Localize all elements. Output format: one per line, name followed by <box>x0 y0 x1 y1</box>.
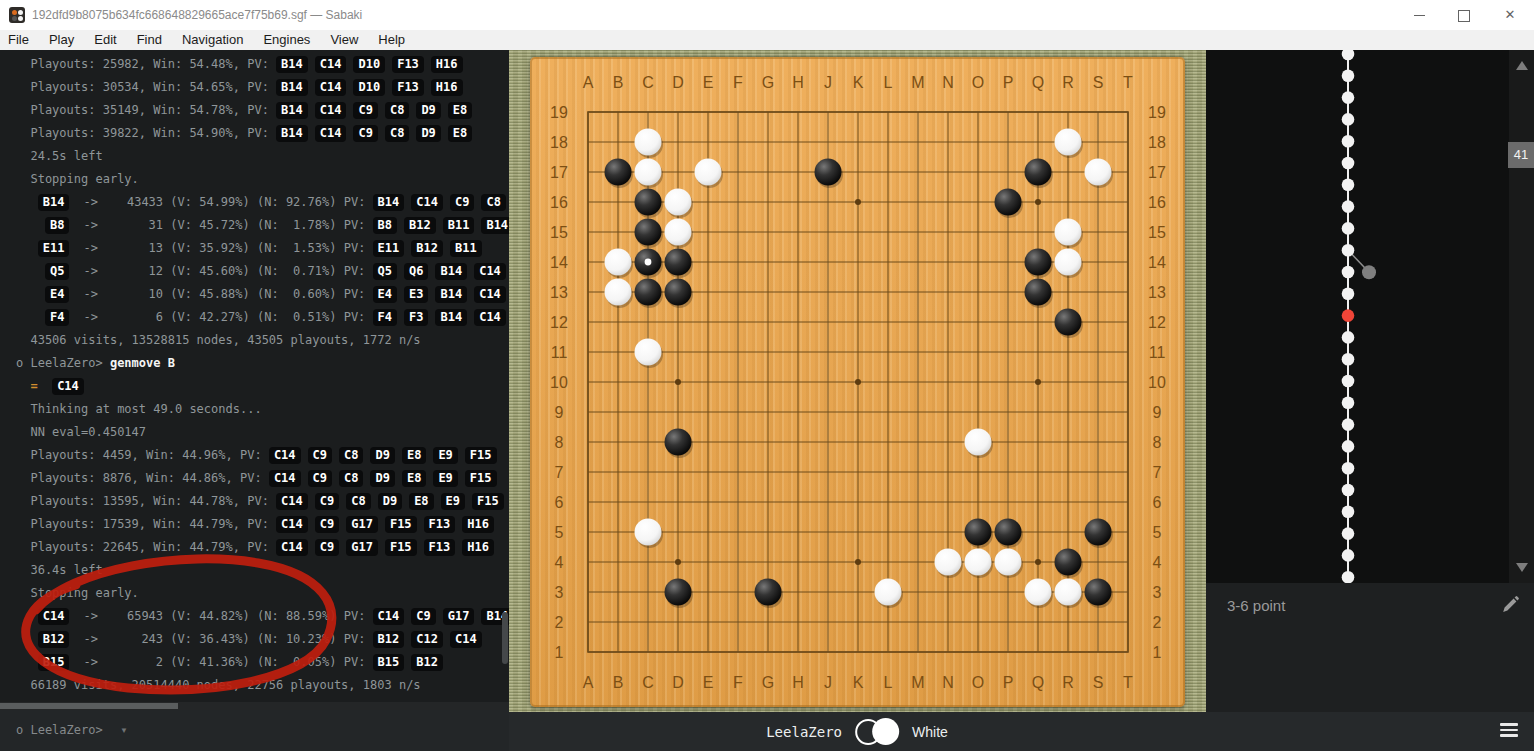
console-text: 36.4s left <box>16 563 103 577</box>
comment-panel: 3-6 point <box>1206 583 1534 712</box>
move-chip[interactable]: B15 <box>373 654 405 671</box>
move-chip[interactable]: G17 <box>346 539 378 556</box>
svg-text:K: K <box>853 74 864 91</box>
stone-E17 <box>695 159 722 186</box>
svg-text:15: 15 <box>550 224 568 241</box>
console-line: B14 -> 43433 (V: 54.99%) (N: 92.76%) PV:… <box>16 191 509 214</box>
tree-node[interactable] <box>1342 462 1355 475</box>
move-chip[interactable]: H16 <box>462 516 494 533</box>
move-chip[interactable]: D10 <box>353 79 385 96</box>
console-text <box>16 195 38 209</box>
move-chip[interactable]: B12 <box>38 631 70 648</box>
move-chip[interactable]: C9 <box>411 608 435 625</box>
svg-text:4: 4 <box>555 554 564 571</box>
console-text: NN eval=0.450147 <box>16 425 146 439</box>
menu-view[interactable]: View <box>320 30 368 50</box>
minimize-button[interactable] <box>1402 0 1436 30</box>
stone-O4 <box>965 549 992 576</box>
move-chip[interactable]: D10 <box>353 56 385 73</box>
move-chip[interactable]: F4 <box>45 309 69 326</box>
tree-node[interactable] <box>1342 484 1355 497</box>
svg-text:B: B <box>613 74 624 91</box>
console-text: genmove B <box>110 356 175 370</box>
stone-Q3 <box>1025 579 1052 606</box>
svg-text:H: H <box>792 74 804 91</box>
tree-branch-node[interactable] <box>1362 265 1376 279</box>
window-title: 192dfd9b8075b634fc668648829665ace7f75b69… <box>32 0 362 30</box>
stone-C13 <box>635 279 662 306</box>
move-slider[interactable] <box>1509 50 1534 583</box>
menu-edit[interactable]: Edit <box>84 30 126 50</box>
stone-S3 <box>1085 579 1112 606</box>
svg-text:E: E <box>703 74 714 91</box>
move-chip[interactable]: Q5 <box>373 263 397 280</box>
move-chip[interactable]: B14 <box>435 309 467 326</box>
console-line: 36.4s left <box>16 559 509 582</box>
move-chip[interactable]: C9 <box>315 539 339 556</box>
move-chip[interactable]: C9 <box>315 493 339 510</box>
stone-B13 <box>605 279 632 306</box>
console-text: Playouts: 30534, Win: 54.65%, PV: <box>16 80 276 94</box>
svg-text:17: 17 <box>1148 164 1166 181</box>
stone-R14 <box>1055 249 1082 276</box>
stone-Q13 <box>1025 279 1052 306</box>
move-chip[interactable]: F13 <box>392 56 424 73</box>
move-chip[interactable]: E8 <box>409 493 433 510</box>
move-chip[interactable]: F15 <box>465 470 497 487</box>
svg-text:A: A <box>583 674 594 691</box>
console-text: -> 2 (V: 41.36%) (N: 0.05%) PV: <box>76 655 372 669</box>
move-chip[interactable]: C14 <box>474 286 506 303</box>
tree-node[interactable] <box>1342 397 1355 410</box>
tree-node[interactable] <box>1342 440 1355 453</box>
menu-file[interactable]: File <box>0 30 39 50</box>
move-chip[interactable]: D9 <box>370 447 394 464</box>
maximize-button[interactable] <box>1447 0 1481 30</box>
engine-dropdown-icon[interactable]: ▼ <box>120 710 128 751</box>
console-text: Playouts: 35149, Win: 54.78%, PV: <box>16 103 276 117</box>
move-chip[interactable]: D9 <box>416 125 440 142</box>
console-text: 66189 visits, 20514440 nodes, 22756 play… <box>16 678 421 692</box>
menu-help[interactable]: Help <box>368 30 415 50</box>
stone-D8 <box>665 429 692 456</box>
move-chip[interactable]: F4 <box>373 309 397 326</box>
move-chip[interactable]: C12 <box>411 631 443 648</box>
move-chip[interactable]: B8 <box>373 217 397 234</box>
move-chip[interactable]: C9 <box>353 125 377 142</box>
console-line: o LeelaZero> genmove B <box>16 352 509 375</box>
svg-text:5: 5 <box>1153 524 1162 541</box>
move-chip[interactable]: E8 <box>402 470 426 487</box>
sidebar: 41 3-6 point <box>1206 50 1534 712</box>
move-chip[interactable]: F13 <box>424 539 456 556</box>
tree-node[interactable] <box>1342 135 1355 148</box>
move-chip[interactable]: D9 <box>370 470 394 487</box>
move-chip[interactable]: B14 <box>276 102 308 119</box>
console-line: 24.5s left <box>16 145 509 168</box>
move-chip[interactable]: B14 <box>481 217 509 234</box>
last-move-marker <box>645 259 652 266</box>
svg-text:12: 12 <box>550 314 568 331</box>
menu-navigation[interactable]: Navigation <box>172 30 253 50</box>
console-line: 43506 visits, 13528815 nodes, 43505 play… <box>16 329 509 352</box>
move-chip[interactable]: B12 <box>411 654 443 671</box>
move-chip[interactable]: E4 <box>45 286 69 303</box>
move-number-badge: 41 <box>1508 142 1534 168</box>
console-input-bar[interactable]: o LeelaZero> ▼ <box>0 710 509 751</box>
title-bar: 192dfd9b8075b634fc668648829665ace7f75b69… <box>0 0 1534 30</box>
stone-D14 <box>665 249 692 276</box>
move-chip[interactable]: B14 <box>435 263 467 280</box>
svg-text:3: 3 <box>555 584 564 601</box>
move-chip[interactable]: H16 <box>431 79 463 96</box>
console-line: NN eval=0.450147 <box>16 421 509 444</box>
svg-text:17: 17 <box>550 164 568 181</box>
tree-node[interactable] <box>1342 222 1355 235</box>
tree-node[interactable] <box>1342 353 1355 366</box>
comment-text: 3-6 point <box>1227 597 1285 614</box>
svg-text:10: 10 <box>1148 374 1166 391</box>
svg-text:11: 11 <box>551 344 568 361</box>
svg-text:T: T <box>1123 74 1133 91</box>
move-chip[interactable]: C14 <box>315 56 347 73</box>
tree-node[interactable] <box>1342 91 1355 104</box>
move-chip[interactable]: F15 <box>472 493 504 510</box>
move-chip[interactable]: B12 <box>411 240 443 257</box>
move-chip[interactable]: C14 <box>315 79 347 96</box>
move-chip[interactable]: C14 <box>269 470 301 487</box>
svg-text:S: S <box>1093 74 1104 91</box>
game-tree[interactable] <box>1206 50 1534 583</box>
console-line: Stopping early. <box>16 582 509 605</box>
move-chip[interactable]: E8 <box>402 447 426 464</box>
svg-text:D: D <box>672 74 684 91</box>
console-text <box>16 241 38 255</box>
engine-bar: LeelaZero White <box>509 712 1534 751</box>
move-chip[interactable]: B14 <box>373 194 405 211</box>
stone-J17 <box>815 159 842 186</box>
move-chip[interactable]: C8 <box>339 447 363 464</box>
menu-play[interactable]: Play <box>39 30 84 50</box>
svg-text:4: 4 <box>1153 554 1162 571</box>
move-chip[interactable]: E9 <box>441 493 465 510</box>
console-line: Thinking at most 49.0 seconds... <box>16 398 509 421</box>
tree-node[interactable] <box>1342 375 1355 388</box>
console-prompt: o LeelaZero> <box>16 710 103 751</box>
svg-text:1: 1 <box>555 644 564 661</box>
move-chip[interactable]: E3 <box>404 286 428 303</box>
move-chip[interactable]: C9 <box>353 102 377 119</box>
svg-text:9: 9 <box>555 404 564 421</box>
console-line: Playouts: 35149, Win: 54.78%, PV: B14C14… <box>16 99 509 122</box>
svg-text:F: F <box>733 74 743 91</box>
tree-node[interactable] <box>1342 527 1355 540</box>
move-chip[interactable]: B14 <box>276 56 308 73</box>
tree-node[interactable] <box>1342 549 1355 562</box>
move-chip[interactable]: H16 <box>431 56 463 73</box>
svg-text:2: 2 <box>555 614 564 631</box>
engine-toggle-group: LeelaZero White <box>766 712 948 751</box>
stone-C16 <box>635 189 662 216</box>
svg-text:13: 13 <box>550 284 568 301</box>
svg-text:12: 12 <box>1148 314 1166 331</box>
tree-node[interactable] <box>1342 179 1355 192</box>
move-chip[interactable]: F15 <box>465 447 497 464</box>
console-text: o LeelaZero> <box>16 356 110 370</box>
move-chip[interactable]: C8 <box>481 194 505 211</box>
tree-node[interactable] <box>1342 113 1355 126</box>
player-to-move: White <box>912 724 948 740</box>
console-vertical-scrollbar[interactable] <box>502 612 508 664</box>
move-chip[interactable]: E9 <box>433 447 457 464</box>
move-chip[interactable]: C14 <box>450 631 482 648</box>
move-chip[interactable]: H16 <box>462 539 494 556</box>
svg-text:10: 10 <box>550 374 568 391</box>
stone-B17 <box>605 159 632 186</box>
svg-text:6: 6 <box>1153 494 1162 511</box>
svg-text:N: N <box>942 74 954 91</box>
svg-text:9: 9 <box>1153 404 1162 421</box>
tree-node[interactable] <box>1342 506 1355 519</box>
svg-text:F: F <box>733 674 743 691</box>
console-text <box>38 379 52 393</box>
edit-pencil-icon[interactable] <box>1500 595 1520 615</box>
console-text <box>16 287 45 301</box>
move-chip[interactable]: E11 <box>38 240 70 257</box>
move-chip[interactable]: E8 <box>448 102 472 119</box>
move-chip[interactable]: C14 <box>474 263 506 280</box>
move-chip[interactable]: F13 <box>392 79 424 96</box>
console-text: -> 31 (V: 45.72%) (N: 1.78%) PV: <box>76 218 372 232</box>
svg-text:18: 18 <box>1148 134 1166 151</box>
console-line: Playouts: 25982, Win: 54.48%, PV: B14C14… <box>16 53 509 76</box>
move-chip[interactable]: E9 <box>433 470 457 487</box>
move-chip[interactable]: C14 <box>474 309 506 326</box>
svg-text:A: A <box>583 74 594 91</box>
move-chip[interactable]: E11 <box>373 240 405 257</box>
move-chip[interactable]: C9 <box>450 194 474 211</box>
move-chip[interactable]: F13 <box>424 516 456 533</box>
move-chip[interactable]: B14 <box>276 79 308 96</box>
svg-text:16: 16 <box>1148 194 1166 211</box>
svg-text:6: 6 <box>555 494 564 511</box>
console-line: Stopping early. <box>16 168 509 191</box>
console-line: Playouts: 13595, Win: 44.78%, PV: C14C9C… <box>16 490 509 513</box>
svg-text:2: 2 <box>1153 614 1162 631</box>
svg-text:P: P <box>1003 74 1014 91</box>
stone-R15 <box>1055 219 1082 246</box>
svg-text:S: S <box>1093 674 1104 691</box>
move-chip[interactable]: C8 <box>339 470 363 487</box>
stone-C5 <box>635 519 662 546</box>
console-text: -> 10 (V: 45.88%) (N: 0.60%) PV: <box>76 287 372 301</box>
move-chip[interactable]: G17 <box>346 516 378 533</box>
move-chip[interactable]: B14 <box>276 125 308 142</box>
console-line: B12 -> 243 (V: 36.43%) (N: 10.23%) PV: B… <box>16 628 509 651</box>
svg-text:7: 7 <box>1153 464 1162 481</box>
move-chip[interactable]: C9 <box>308 470 332 487</box>
tree-node[interactable] <box>1342 157 1355 170</box>
goban[interactable]: AABBCCDDEEFFGGHHJJKKLLMMNNOOPPQQRRSSTT19… <box>509 50 1206 712</box>
console-text <box>16 310 45 324</box>
svg-text:B: B <box>613 674 624 691</box>
svg-text:D: D <box>672 674 684 691</box>
svg-text:O: O <box>972 674 984 691</box>
svg-text:16: 16 <box>550 194 568 211</box>
console-line: Playouts: 30534, Win: 54.65%, PV: B14C14… <box>16 76 509 99</box>
move-chip[interactable]: C14 <box>38 608 70 625</box>
console-text: Playouts: 22645, Win: 44.79%, PV: <box>16 540 276 554</box>
tree-node[interactable] <box>1342 70 1355 83</box>
stone-D3 <box>665 579 692 606</box>
svg-text:M: M <box>911 674 924 691</box>
console-line: C14 -> 65943 (V: 44.82%) (N: 88.59%) PV:… <box>16 605 509 628</box>
console-line: E4 -> 10 (V: 45.88%) (N: 0.60%) PV: E4E3… <box>16 283 509 306</box>
stone-Q14 <box>1025 249 1052 276</box>
tree-node[interactable] <box>1342 418 1355 431</box>
move-chip[interactable]: C14 <box>269 447 301 464</box>
move-chip[interactable]: B12 <box>404 217 436 234</box>
console-text <box>16 379 30 393</box>
svg-text:5: 5 <box>555 524 564 541</box>
move-chip[interactable]: C14 <box>373 608 405 625</box>
svg-text:L: L <box>884 674 893 691</box>
stone-G3 <box>755 579 782 606</box>
move-chip[interactable]: C14 <box>276 539 308 556</box>
move-chip[interactable]: C14 <box>315 125 347 142</box>
svg-text:C: C <box>642 674 654 691</box>
move-chip[interactable]: B14 <box>435 286 467 303</box>
move-chip[interactable]: B12 <box>373 631 405 648</box>
stone-S17 <box>1085 159 1112 186</box>
move-chip[interactable]: B8 <box>45 217 69 234</box>
svg-text:L: L <box>884 74 893 91</box>
move-chip[interactable]: E8 <box>448 125 472 142</box>
stone-L3 <box>875 579 902 606</box>
stone-O5 <box>965 519 992 546</box>
console-line: E11 -> 13 (V: 35.92%) (N: 1.53%) PV: E11… <box>16 237 509 260</box>
tree-node[interactable] <box>1342 571 1355 583</box>
console-log[interactable]: Playouts: 25982, Win: 54.48%, PV: B14C14… <box>0 50 509 702</box>
svg-text:8: 8 <box>555 434 564 451</box>
player-toggle[interactable] <box>855 718 899 746</box>
move-chip[interactable]: D9 <box>378 493 402 510</box>
tree-node[interactable] <box>1342 331 1355 344</box>
move-chip[interactable]: C14 <box>276 516 308 533</box>
console-text <box>16 655 38 669</box>
console-line: 66189 visits, 20514440 nodes, 22756 play… <box>16 674 509 697</box>
move-chip[interactable]: C8 <box>385 102 409 119</box>
svg-text:G: G <box>762 74 774 91</box>
slider-down-arrow-icon[interactable] <box>1516 563 1528 572</box>
move-chip[interactable]: Q6 <box>404 263 428 280</box>
console-line: Playouts: 22645, Win: 44.79%, PV: C14C9G… <box>16 536 509 559</box>
move-chip[interactable]: C9 <box>308 447 332 464</box>
move-chip[interactable]: G17 <box>443 608 475 625</box>
stone-P16 <box>995 189 1022 216</box>
move-chip[interactable]: F15 <box>385 516 417 533</box>
console-line: Playouts: 17539, Win: 44.79%, PV: C14C9G… <box>16 513 509 536</box>
goban-region: AABBCCDDEEFFGGHHJJKKLLMMNNOOPPQQRRSSTT19… <box>509 50 1206 712</box>
move-chip[interactable]: F3 <box>404 309 428 326</box>
console-text: Playouts: 8876, Win: 44.86%, PV: <box>16 471 269 485</box>
console-text: -> 43433 (V: 54.99%) (N: 92.76%) PV: <box>76 195 372 209</box>
console-text: -> 65943 (V: 44.82%) (N: 88.59%) PV: <box>76 609 372 623</box>
menu-find[interactable]: Find <box>127 30 172 50</box>
move-chip[interactable]: D9 <box>416 102 440 119</box>
tree-node[interactable] <box>1342 244 1355 257</box>
console-line: = C14 <box>16 375 509 398</box>
console-text: Stopping early. <box>16 172 139 186</box>
console-horizontal-scrollbar[interactable] <box>0 702 509 710</box>
close-button[interactable]: ✕ <box>1493 0 1527 30</box>
tree-current-node[interactable] <box>1342 309 1355 322</box>
move-chip[interactable]: B11 <box>450 240 482 257</box>
console-line: Q5 -> 12 (V: 45.60%) (N: 0.71%) PV: Q5Q6… <box>16 260 509 283</box>
tree-node[interactable] <box>1342 288 1355 301</box>
svg-text:18: 18 <box>550 134 568 151</box>
stone-R18 <box>1055 129 1082 156</box>
console-text: Playouts: 4459, Win: 44.96%, PV: <box>16 448 269 462</box>
sabaki-app-icon <box>9 7 25 23</box>
svg-text:K: K <box>853 674 864 691</box>
svg-text:G: G <box>762 674 774 691</box>
svg-text:H: H <box>792 674 804 691</box>
console-text <box>16 218 45 232</box>
move-chip[interactable]: B14 <box>38 194 70 211</box>
console-line: Playouts: 4459, Win: 44.96%, PV: C14C9C8… <box>16 444 509 467</box>
stone-C15 <box>635 219 662 246</box>
move-chip[interactable]: C14 <box>411 194 443 211</box>
stone-P5 <box>995 519 1022 546</box>
console-text: Playouts: 13595, Win: 44.78%, PV: <box>16 494 276 508</box>
slider-up-arrow-icon[interactable] <box>1516 61 1528 70</box>
console-text: -> 243 (V: 36.43%) (N: 10.23%) PV: <box>76 632 372 646</box>
menu-engines[interactable]: Engines <box>253 30 320 50</box>
move-chip[interactable]: F15 <box>385 539 417 556</box>
console-text: Playouts: 17539, Win: 44.79%, PV: <box>16 517 276 531</box>
move-chip[interactable]: E4 <box>373 286 397 303</box>
stone-C18 <box>635 129 662 156</box>
svg-text:8: 8 <box>1153 434 1162 451</box>
tree-node[interactable] <box>1342 200 1355 213</box>
game-tree-panel[interactable]: 41 <box>1206 50 1534 583</box>
console-text <box>16 264 45 278</box>
tree-node[interactable] <box>1342 266 1355 279</box>
move-chip[interactable]: B11 <box>443 217 475 234</box>
console-text: -> 6 (V: 42.27%) (N: 0.51%) PV: <box>76 310 372 324</box>
console-text: Thinking at most 49.0 seconds... <box>16 402 262 416</box>
stone-C11 <box>635 339 662 366</box>
move-chip[interactable]: C14 <box>276 493 308 510</box>
menu-hamburger-icon[interactable] <box>1500 723 1518 739</box>
move-chip[interactable]: C14 <box>315 102 347 119</box>
stone-Q17 <box>1025 159 1052 186</box>
svg-text:1: 1 <box>1153 644 1162 661</box>
move-chip[interactable]: C8 <box>346 493 370 510</box>
move-chip[interactable]: C14 <box>52 378 84 395</box>
stone-C17 <box>635 159 662 186</box>
move-chip[interactable]: C9 <box>315 516 339 533</box>
console-text: -> 12 (V: 45.60%) (N: 0.71%) PV: <box>76 264 372 278</box>
move-chip[interactable]: Q5 <box>45 263 69 280</box>
move-chip[interactable]: C8 <box>385 125 409 142</box>
svg-text:Q: Q <box>1032 674 1044 691</box>
tree-node[interactable] <box>1342 50 1355 60</box>
move-chip[interactable]: B15 <box>38 654 70 671</box>
svg-text:T: T <box>1123 674 1133 691</box>
menu-bar: FilePlayEditFindNavigationEnginesViewHel… <box>0 30 1534 50</box>
